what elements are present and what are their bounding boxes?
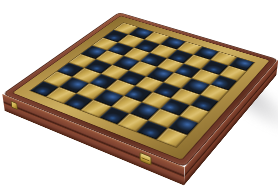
brass-border [13,16,270,160]
case-lid-wood-frame [2,12,278,167]
chess-case [2,12,278,167]
brass-clasp-latch [140,152,152,166]
photo-background [0,0,278,194]
scene [0,0,278,194]
brass-hinge [11,101,18,110]
